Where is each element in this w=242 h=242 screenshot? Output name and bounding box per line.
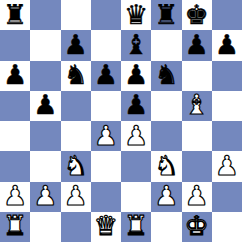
square-e4[interactable]: ♟ bbox=[121, 121, 151, 151]
square-c7[interactable]: ♟ bbox=[61, 30, 91, 60]
square-e1[interactable]: ♜ bbox=[121, 212, 151, 242]
square-b5[interactable]: ♟ bbox=[30, 91, 60, 121]
square-c6[interactable]: ♞ bbox=[61, 61, 91, 91]
piece-white-pawn: ♟ bbox=[124, 122, 148, 149]
square-d5[interactable] bbox=[91, 91, 121, 121]
piece-black-rook: ♜ bbox=[154, 1, 178, 28]
square-c4[interactable] bbox=[61, 121, 91, 151]
piece-black-pawn: ♟ bbox=[3, 61, 27, 88]
piece-white-pawn: ♟ bbox=[215, 152, 239, 179]
square-c2[interactable]: ♟ bbox=[61, 182, 91, 212]
square-b1[interactable] bbox=[30, 212, 60, 242]
square-f2[interactable]: ♟ bbox=[151, 182, 181, 212]
piece-black-pawn: ♟ bbox=[215, 31, 239, 58]
square-h3[interactable]: ♟ bbox=[212, 151, 242, 181]
square-f1[interactable] bbox=[151, 212, 181, 242]
square-h7[interactable]: ♟ bbox=[212, 30, 242, 60]
square-d8[interactable] bbox=[91, 0, 121, 30]
square-a5[interactable] bbox=[0, 91, 30, 121]
square-g5[interactable]: ♝ bbox=[182, 91, 212, 121]
piece-black-pawn: ♟ bbox=[124, 91, 148, 118]
square-h2[interactable] bbox=[212, 182, 242, 212]
square-h6[interactable] bbox=[212, 61, 242, 91]
square-b6[interactable] bbox=[30, 61, 60, 91]
square-a7[interactable] bbox=[0, 30, 30, 60]
square-b3[interactable] bbox=[30, 151, 60, 181]
piece-black-pawn: ♟ bbox=[64, 31, 88, 58]
square-a2[interactable]: ♟ bbox=[0, 182, 30, 212]
square-c1[interactable] bbox=[61, 212, 91, 242]
square-d1[interactable]: ♛ bbox=[91, 212, 121, 242]
square-h1[interactable] bbox=[212, 212, 242, 242]
square-e8[interactable]: ♛ bbox=[121, 0, 151, 30]
piece-white-rook: ♜ bbox=[3, 212, 27, 239]
square-a3[interactable] bbox=[0, 151, 30, 181]
square-h4[interactable] bbox=[212, 121, 242, 151]
square-b8[interactable] bbox=[30, 0, 60, 30]
piece-black-pawn: ♟ bbox=[33, 91, 57, 118]
square-g3[interactable] bbox=[182, 151, 212, 181]
chess-board: ♜♛♜♚♟♝♟♟♟♞♟♟♞♟♟♝♟♟♞♞♟♟♟♟♟♟♜♛♜♚ bbox=[0, 0, 242, 242]
piece-black-knight: ♞ bbox=[64, 61, 88, 88]
square-e5[interactable]: ♟ bbox=[121, 91, 151, 121]
square-d7[interactable] bbox=[91, 30, 121, 60]
square-a6[interactable]: ♟ bbox=[0, 61, 30, 91]
square-a8[interactable]: ♜ bbox=[0, 0, 30, 30]
square-d3[interactable] bbox=[91, 151, 121, 181]
square-f8[interactable]: ♜ bbox=[151, 0, 181, 30]
square-e6[interactable]: ♟ bbox=[121, 61, 151, 91]
piece-black-knight: ♞ bbox=[154, 61, 178, 88]
square-a1[interactable]: ♜ bbox=[0, 212, 30, 242]
piece-white-knight: ♞ bbox=[64, 152, 88, 179]
piece-white-pawn: ♟ bbox=[3, 182, 27, 209]
square-d2[interactable] bbox=[91, 182, 121, 212]
piece-white-rook: ♜ bbox=[124, 212, 148, 239]
square-f4[interactable] bbox=[151, 121, 181, 151]
square-g7[interactable]: ♟ bbox=[182, 30, 212, 60]
square-f3[interactable]: ♞ bbox=[151, 151, 181, 181]
piece-black-bishop: ♝ bbox=[124, 31, 148, 58]
square-f5[interactable] bbox=[151, 91, 181, 121]
square-e7[interactable]: ♝ bbox=[121, 30, 151, 60]
square-b7[interactable] bbox=[30, 30, 60, 60]
piece-white-knight: ♞ bbox=[154, 152, 178, 179]
square-e3[interactable] bbox=[121, 151, 151, 181]
square-a4[interactable] bbox=[0, 121, 30, 151]
piece-white-pawn: ♟ bbox=[94, 122, 118, 149]
square-g2[interactable]: ♟ bbox=[182, 182, 212, 212]
square-h8[interactable] bbox=[212, 0, 242, 30]
square-e2[interactable] bbox=[121, 182, 151, 212]
piece-black-king: ♚ bbox=[185, 1, 209, 28]
piece-black-pawn: ♟ bbox=[185, 31, 209, 58]
square-g4[interactable] bbox=[182, 121, 212, 151]
square-f6[interactable]: ♞ bbox=[151, 61, 181, 91]
square-c8[interactable] bbox=[61, 0, 91, 30]
piece-black-queen: ♛ bbox=[124, 1, 148, 28]
square-c5[interactable] bbox=[61, 91, 91, 121]
square-c3[interactable]: ♞ bbox=[61, 151, 91, 181]
piece-white-queen: ♛ bbox=[94, 212, 118, 239]
piece-white-king: ♚ bbox=[185, 212, 209, 239]
piece-white-pawn: ♟ bbox=[33, 182, 57, 209]
square-b2[interactable]: ♟ bbox=[30, 182, 60, 212]
square-d6[interactable]: ♟ bbox=[91, 61, 121, 91]
square-g1[interactable]: ♚ bbox=[182, 212, 212, 242]
piece-black-rook: ♜ bbox=[3, 1, 27, 28]
piece-white-pawn: ♟ bbox=[64, 182, 88, 209]
square-d4[interactable]: ♟ bbox=[91, 121, 121, 151]
piece-black-pawn: ♟ bbox=[94, 61, 118, 88]
piece-white-bishop: ♝ bbox=[185, 91, 209, 118]
square-b4[interactable] bbox=[30, 121, 60, 151]
square-g8[interactable]: ♚ bbox=[182, 0, 212, 30]
square-g6[interactable] bbox=[182, 61, 212, 91]
piece-white-pawn: ♟ bbox=[154, 182, 178, 209]
piece-black-pawn: ♟ bbox=[124, 61, 148, 88]
square-f7[interactable] bbox=[151, 30, 181, 60]
piece-white-pawn: ♟ bbox=[185, 182, 209, 209]
square-h5[interactable] bbox=[212, 91, 242, 121]
